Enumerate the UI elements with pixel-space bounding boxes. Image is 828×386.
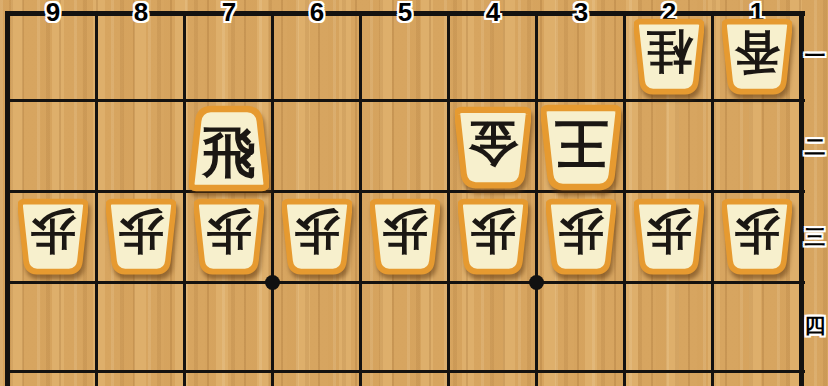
piece-2a-gote-knight[interactable]: 桂: [634, 18, 704, 96]
piece-kanji: 飛: [189, 116, 269, 190]
piece-kanji: 歩: [546, 200, 616, 266]
piece-kanji: 桂: [634, 20, 704, 86]
piece-3c-gote-pawn[interactable]: 歩: [546, 198, 616, 276]
piece-5c-gote-pawn[interactable]: 歩: [370, 198, 440, 276]
piece-kanji: 歩: [194, 200, 264, 266]
grid-vline-5: [447, 11, 450, 386]
grid-hline-4: [5, 370, 805, 373]
file-label-6: 6: [297, 0, 337, 28]
shogi-board[interactable]: 9 8 7 6 5 4 3 2 1 一 二 三 四 桂 香 飛 金 王 歩 歩 …: [0, 0, 828, 386]
piece-7b-sente-rook[interactable]: 飛: [189, 104, 269, 192]
file-label-4: 4: [473, 0, 513, 28]
piece-kanji: 歩: [458, 200, 528, 266]
piece-9c-gote-pawn[interactable]: 歩: [18, 198, 88, 276]
piece-4b-gote-gold[interactable]: 金: [455, 106, 531, 190]
piece-kanji: 歩: [722, 200, 792, 266]
piece-8c-gote-pawn[interactable]: 歩: [106, 198, 176, 276]
piece-kanji: 歩: [370, 200, 440, 266]
grid-vline-8: [711, 11, 714, 386]
piece-kanji: 歩: [634, 200, 704, 266]
grid-vline-3: [271, 11, 274, 386]
grid-vline-1: [95, 11, 98, 386]
grid-vline-4: [359, 11, 362, 386]
star-point-right: [529, 275, 544, 290]
piece-2c-gote-pawn[interactable]: 歩: [634, 198, 704, 276]
piece-7c-gote-pawn[interactable]: 歩: [194, 198, 264, 276]
star-point-left: [265, 275, 280, 290]
file-label-8: 8: [121, 0, 161, 28]
file-label-9: 9: [33, 0, 73, 28]
piece-kanji: 香: [722, 20, 792, 86]
piece-kanji: 金: [455, 108, 531, 179]
piece-kanji: 歩: [106, 200, 176, 266]
piece-kanji: 王: [541, 106, 621, 180]
piece-kanji: 歩: [282, 200, 352, 266]
piece-kanji: 歩: [18, 200, 88, 266]
rank-label-3: 三: [802, 224, 828, 250]
rank-label-1: 一: [802, 43, 828, 69]
file-label-5: 5: [385, 0, 425, 28]
grid-hline-2: [5, 190, 805, 193]
grid-vline-7: [623, 11, 626, 386]
piece-3b-gote-king[interactable]: 王: [541, 104, 621, 192]
grid-vline-2: [183, 11, 186, 386]
file-label-7: 7: [209, 0, 249, 28]
grid-hline-3: [5, 281, 805, 284]
rank-label-2: 二: [802, 134, 828, 160]
piece-1a-gote-lance[interactable]: 香: [722, 18, 792, 96]
piece-1c-gote-pawn[interactable]: 歩: [722, 198, 792, 276]
file-label-3: 3: [561, 0, 601, 28]
piece-4c-gote-pawn[interactable]: 歩: [458, 198, 528, 276]
rank-label-4: 四: [802, 313, 828, 339]
grid-vline-6: [535, 11, 538, 386]
grid-hline-1: [5, 99, 805, 102]
grid-vline-left-border: [5, 11, 10, 386]
piece-6c-gote-pawn[interactable]: 歩: [282, 198, 352, 276]
